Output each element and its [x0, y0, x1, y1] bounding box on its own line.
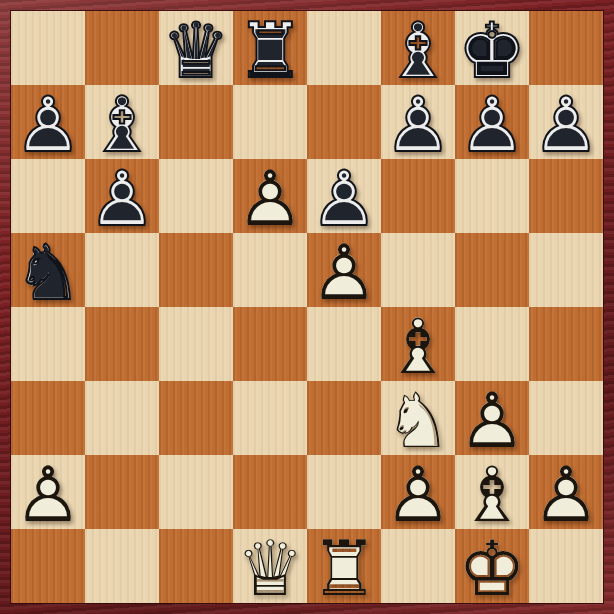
piece-white-bishop[interactable]: ♝♗	[381, 307, 455, 381]
square-g1[interactable]: ♚♔	[455, 529, 529, 603]
square-d8[interactable]: ♜♖♜	[233, 11, 307, 85]
square-d5[interactable]	[233, 233, 307, 307]
chess-board: ♛♕♛♜♖♜♝♗♝♚♔♚♟♙♟♝♗♝♟♙♟♟♙♟♟♙♟♟♙♟♟♙♟♙♟♞♘♞♟♙…	[11, 11, 603, 603]
square-h6[interactable]	[529, 159, 603, 233]
piece-black-bishop[interactable]: ♝♗♝	[381, 11, 455, 85]
square-e8[interactable]	[307, 11, 381, 85]
square-d2[interactable]	[233, 455, 307, 529]
white-bishop-glyph: ♝	[455, 458, 529, 532]
black-pawn-edge-outline: ♟	[529, 88, 603, 162]
black-knight-detail-lines: ♘	[11, 236, 85, 310]
black-king-edge-outline: ♚	[455, 14, 529, 88]
black-pawn-detail-lines: ♙	[11, 88, 85, 162]
white-rook-detail-lines: ♖	[307, 532, 381, 606]
black-king-detail-lines: ♔	[455, 14, 529, 88]
piece-black-pawn[interactable]: ♟♙♟	[455, 85, 529, 159]
square-b7[interactable]: ♝♗♝	[85, 85, 159, 159]
square-d3[interactable]	[233, 381, 307, 455]
square-a1[interactable]	[11, 529, 85, 603]
square-e2[interactable]	[307, 455, 381, 529]
square-a8[interactable]	[11, 11, 85, 85]
piece-white-pawn[interactable]: ♟♙	[233, 159, 307, 233]
square-b2[interactable]	[85, 455, 159, 529]
piece-black-king[interactable]: ♚♔♚	[455, 11, 529, 85]
square-f8[interactable]: ♝♗♝	[381, 11, 455, 85]
square-d1[interactable]: ♛♕	[233, 529, 307, 603]
piece-black-pawn[interactable]: ♟♙♟	[381, 85, 455, 159]
square-e5[interactable]: ♟♙	[307, 233, 381, 307]
white-knight-detail-lines: ♘	[381, 384, 455, 458]
black-pawn-detail-lines: ♙	[85, 162, 159, 236]
white-rook-glyph: ♜	[307, 532, 381, 606]
square-b8[interactable]	[85, 11, 159, 85]
white-bishop-detail-lines: ♗	[455, 458, 529, 532]
square-h1[interactable]	[529, 529, 603, 603]
piece-black-pawn[interactable]: ♟♙♟	[307, 159, 381, 233]
white-pawn-detail-lines: ♙	[381, 458, 455, 532]
square-b1[interactable]	[85, 529, 159, 603]
black-king-glyph: ♚	[455, 14, 529, 88]
square-g2[interactable]: ♝♗	[455, 455, 529, 529]
black-pawn-edge-outline: ♟	[455, 88, 529, 162]
black-knight-edge-outline: ♞	[11, 236, 85, 310]
piece-black-bishop[interactable]: ♝♗♝	[85, 85, 159, 159]
square-c5[interactable]	[159, 233, 233, 307]
white-knight-glyph: ♞	[381, 384, 455, 458]
white-queen-glyph: ♛	[233, 532, 307, 606]
black-bishop-detail-lines: ♗	[381, 14, 455, 88]
square-b6[interactable]: ♟♙♟	[85, 159, 159, 233]
white-pawn-glyph: ♟	[307, 236, 381, 310]
square-d4[interactable]	[233, 307, 307, 381]
square-a5[interactable]: ♞♘♞	[11, 233, 85, 307]
white-pawn-detail-lines: ♙	[455, 384, 529, 458]
piece-black-pawn[interactable]: ♟♙♟	[529, 85, 603, 159]
black-bishop-edge-outline: ♝	[381, 14, 455, 88]
black-pawn-glyph: ♟	[455, 88, 529, 162]
square-h8[interactable]	[529, 11, 603, 85]
square-f5[interactable]	[381, 233, 455, 307]
black-queen-glyph: ♛	[159, 14, 233, 88]
square-g8[interactable]: ♚♔♚	[455, 11, 529, 85]
square-c4[interactable]	[159, 307, 233, 381]
square-f6[interactable]	[381, 159, 455, 233]
black-bishop-glyph: ♝	[85, 88, 159, 162]
square-e7[interactable]	[307, 85, 381, 159]
black-pawn-detail-lines: ♙	[529, 88, 603, 162]
square-g7[interactable]: ♟♙♟	[455, 85, 529, 159]
square-b4[interactable]	[85, 307, 159, 381]
black-pawn-glyph: ♟	[307, 162, 381, 236]
square-c6[interactable]	[159, 159, 233, 233]
square-f2[interactable]: ♟♙	[381, 455, 455, 529]
square-e6[interactable]: ♟♙♟	[307, 159, 381, 233]
square-h4[interactable]	[529, 307, 603, 381]
black-pawn-edge-outline: ♟	[381, 88, 455, 162]
black-pawn-glyph: ♟	[529, 88, 603, 162]
black-queen-detail-lines: ♕	[159, 14, 233, 88]
piece-white-king[interactable]: ♚♔	[455, 529, 529, 603]
white-queen-detail-lines: ♕	[233, 532, 307, 606]
piece-white-queen[interactable]: ♛♕	[233, 529, 307, 603]
piece-white-rook[interactable]: ♜♖	[307, 529, 381, 603]
square-h2[interactable]: ♟♙	[529, 455, 603, 529]
black-pawn-edge-outline: ♟	[11, 88, 85, 162]
square-g4[interactable]	[455, 307, 529, 381]
square-g6[interactable]	[455, 159, 529, 233]
square-c1[interactable]	[159, 529, 233, 603]
black-pawn-edge-outline: ♟	[85, 162, 159, 236]
board-frame: ♛♕♛♜♖♜♝♗♝♚♔♚♟♙♟♝♗♝♟♙♟♟♙♟♟♙♟♟♙♟♟♙♟♙♟♞♘♞♟♙…	[0, 0, 614, 614]
square-g3[interactable]: ♟♙	[455, 381, 529, 455]
square-b3[interactable]	[85, 381, 159, 455]
piece-black-queen[interactable]: ♛♕♛	[159, 11, 233, 85]
piece-black-pawn[interactable]: ♟♙♟	[85, 159, 159, 233]
piece-white-pawn[interactable]: ♟♙	[455, 381, 529, 455]
square-f7[interactable]: ♟♙♟	[381, 85, 455, 159]
square-f4[interactable]: ♝♗	[381, 307, 455, 381]
black-pawn-glyph: ♟	[381, 88, 455, 162]
square-c2[interactable]	[159, 455, 233, 529]
square-e1[interactable]: ♜♖	[307, 529, 381, 603]
black-bishop-glyph: ♝	[381, 14, 455, 88]
white-pawn-glyph: ♟	[529, 458, 603, 532]
square-a7[interactable]: ♟♙♟	[11, 85, 85, 159]
square-g5[interactable]	[455, 233, 529, 307]
white-bishop-glyph: ♝	[381, 310, 455, 384]
piece-white-knight[interactable]: ♞♘	[381, 381, 455, 455]
black-pawn-detail-lines: ♙	[307, 162, 381, 236]
square-f3[interactable]: ♞♘	[381, 381, 455, 455]
square-h5[interactable]	[529, 233, 603, 307]
piece-white-pawn[interactable]: ♟♙	[381, 455, 455, 529]
square-c3[interactable]	[159, 381, 233, 455]
square-a6[interactable]	[11, 159, 85, 233]
square-a3[interactable]	[11, 381, 85, 455]
piece-white-pawn[interactable]: ♟♙	[529, 455, 603, 529]
square-b5[interactable]	[85, 233, 159, 307]
square-e4[interactable]	[307, 307, 381, 381]
black-rook-edge-outline: ♜	[233, 14, 307, 88]
square-a4[interactable]	[11, 307, 85, 381]
black-bishop-detail-lines: ♗	[85, 88, 159, 162]
white-pawn-detail-lines: ♙	[11, 458, 85, 532]
black-pawn-glyph: ♟	[11, 88, 85, 162]
square-d7[interactable]	[233, 85, 307, 159]
black-rook-glyph: ♜	[233, 14, 307, 88]
black-queen-edge-outline: ♛	[159, 14, 233, 88]
piece-white-bishop[interactable]: ♝♗	[455, 455, 529, 529]
black-pawn-edge-outline: ♟	[307, 162, 381, 236]
square-e3[interactable]	[307, 381, 381, 455]
piece-black-pawn[interactable]: ♟♙♟	[11, 85, 85, 159]
piece-white-pawn[interactable]: ♟♙	[307, 233, 381, 307]
white-pawn-detail-lines: ♙	[307, 236, 381, 310]
white-pawn-detail-lines: ♙	[529, 458, 603, 532]
white-king-glyph: ♚	[455, 532, 529, 606]
piece-black-rook[interactable]: ♜♖♜	[233, 11, 307, 85]
white-bishop-detail-lines: ♗	[381, 310, 455, 384]
black-bishop-edge-outline: ♝	[85, 88, 159, 162]
piece-black-knight[interactable]: ♞♘♞	[11, 233, 85, 307]
black-rook-detail-lines: ♖	[233, 14, 307, 88]
white-pawn-glyph: ♟	[381, 458, 455, 532]
square-d6[interactable]: ♟♙	[233, 159, 307, 233]
square-c8[interactable]: ♛♕♛	[159, 11, 233, 85]
white-pawn-glyph: ♟	[455, 384, 529, 458]
white-pawn-detail-lines: ♙	[233, 162, 307, 236]
square-h3[interactable]	[529, 381, 603, 455]
white-pawn-glyph: ♟	[11, 458, 85, 532]
white-pawn-glyph: ♟	[233, 162, 307, 236]
square-h7[interactable]: ♟♙♟	[529, 85, 603, 159]
black-pawn-detail-lines: ♙	[381, 88, 455, 162]
white-king-detail-lines: ♔	[455, 532, 529, 606]
square-a2[interactable]: ♟♙	[11, 455, 85, 529]
square-f1[interactable]	[381, 529, 455, 603]
black-pawn-glyph: ♟	[85, 162, 159, 236]
square-c7[interactable]	[159, 85, 233, 159]
black-pawn-detail-lines: ♙	[455, 88, 529, 162]
piece-white-pawn[interactable]: ♟♙	[11, 455, 85, 529]
black-knight-glyph: ♞	[11, 236, 85, 310]
